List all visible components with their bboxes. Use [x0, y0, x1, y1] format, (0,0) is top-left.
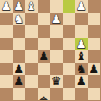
square-a8[interactable]: [88, 88, 101, 101]
square-d5[interactable]: [50, 50, 63, 63]
square-b5[interactable]: ♝: [75, 50, 88, 63]
square-e6[interactable]: [38, 63, 51, 76]
square-f5[interactable]: [25, 50, 38, 63]
chess-board[interactable]: ♟♟♝♟♞♟♟♟♝♟♞♟♟♛♟♚: [0, 0, 100, 100]
square-f3[interactable]: [25, 25, 38, 38]
square-e8[interactable]: ♚: [38, 88, 51, 101]
square-h1[interactable]: ♟: [0, 0, 13, 13]
square-h7[interactable]: [0, 75, 13, 88]
square-f2[interactable]: [25, 13, 38, 26]
piece-white-pawn-h1[interactable]: ♟: [1, 0, 11, 13]
piece-black-pawn-g7[interactable]: ♟: [14, 75, 24, 88]
square-h3[interactable]: [0, 25, 13, 38]
square-c3[interactable]: [63, 25, 76, 38]
square-f8[interactable]: [25, 88, 38, 101]
square-a2[interactable]: [88, 13, 101, 26]
square-d2[interactable]: ♟: [50, 13, 63, 26]
square-c8[interactable]: [63, 88, 76, 101]
piece-black-queen-d7[interactable]: ♛: [51, 75, 61, 88]
square-b1[interactable]: ♟: [75, 0, 88, 13]
square-e5[interactable]: ♟: [38, 50, 51, 63]
square-b8[interactable]: [75, 88, 88, 101]
square-d1[interactable]: [50, 0, 63, 13]
square-f7[interactable]: [25, 75, 38, 88]
square-c7[interactable]: [63, 75, 76, 88]
square-d8[interactable]: [50, 88, 63, 101]
square-d7[interactable]: ♛: [50, 75, 63, 88]
square-d3[interactable]: [50, 25, 63, 38]
square-b3[interactable]: [75, 25, 88, 38]
piece-black-pawn-e5[interactable]: ♟: [39, 50, 49, 63]
square-b2[interactable]: [75, 13, 88, 26]
square-a5[interactable]: [88, 50, 101, 63]
square-e7[interactable]: [38, 75, 51, 88]
square-f6[interactable]: [25, 63, 38, 76]
square-a4[interactable]: [88, 38, 101, 51]
square-h5[interactable]: [0, 50, 13, 63]
square-h4[interactable]: [0, 38, 13, 51]
square-c1[interactable]: [63, 0, 76, 13]
piece-black-bishop-b5[interactable]: ♝: [76, 50, 86, 63]
piece-white-knight-g2[interactable]: ♞: [14, 13, 24, 26]
square-g5[interactable]: [13, 50, 26, 63]
square-g2[interactable]: ♞: [13, 13, 26, 26]
square-h2[interactable]: [0, 13, 13, 26]
square-e2[interactable]: [38, 13, 51, 26]
square-c5[interactable]: [63, 50, 76, 63]
square-h8[interactable]: [0, 88, 13, 101]
piece-white-pawn-d2[interactable]: ♟: [51, 13, 61, 26]
square-d4[interactable]: [50, 38, 63, 51]
square-c2[interactable]: [63, 13, 76, 26]
piece-black-pawn-a6[interactable]: ♟: [89, 63, 99, 76]
square-a7[interactable]: [88, 75, 101, 88]
piece-black-king-e8[interactable]: ♚: [39, 95, 49, 101]
square-a1[interactable]: [88, 0, 101, 13]
piece-white-bishop-f1[interactable]: ♝: [26, 0, 36, 13]
piece-white-pawn-g1[interactable]: ♟: [14, 0, 24, 13]
square-a3[interactable]: [88, 25, 101, 38]
square-e1[interactable]: [38, 0, 51, 13]
square-g8[interactable]: [13, 88, 26, 101]
piece-black-pawn-b7[interactable]: ♟: [76, 75, 86, 88]
square-c4[interactable]: [63, 38, 76, 51]
square-g7[interactable]: ♟: [13, 75, 26, 88]
square-g1[interactable]: ♟: [13, 0, 26, 13]
square-g4[interactable]: [13, 38, 26, 51]
square-f4[interactable]: [25, 38, 38, 51]
square-b7[interactable]: ♟: [75, 75, 88, 88]
square-e3[interactable]: [38, 25, 51, 38]
square-a6[interactable]: ♟: [88, 63, 101, 76]
square-h6[interactable]: [0, 63, 13, 76]
square-f1[interactable]: ♝: [25, 0, 38, 13]
piece-white-pawn-b1[interactable]: ♟: [76, 0, 86, 13]
square-c6[interactable]: [63, 63, 76, 76]
square-g3[interactable]: [13, 25, 26, 38]
